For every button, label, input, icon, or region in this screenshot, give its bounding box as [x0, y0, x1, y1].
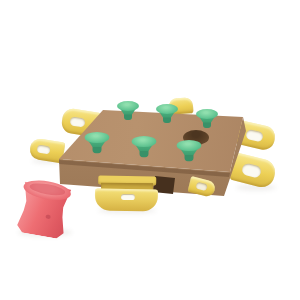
peg-cap-top [85, 131, 110, 142]
green-peg[interactable] [117, 101, 139, 120]
green-peg[interactable] [156, 104, 178, 123]
green-peg[interactable] [85, 131, 110, 152]
slider-slot-hole [37, 144, 51, 154]
peg-cell-r2c3 [165, 130, 212, 170]
slider-slot-hole [245, 129, 264, 143]
green-peg[interactable] [177, 139, 202, 160]
peg-cap-top [156, 104, 178, 114]
peg-grid [107, 92, 233, 164]
green-peg[interactable] [196, 109, 218, 128]
peg-cell-r2c2 [120, 126, 167, 166]
slider-slot-hole [241, 162, 262, 178]
product-photo-scene [0, 0, 300, 300]
tray-slot-hole [121, 194, 135, 200]
peg-cap-top [132, 135, 157, 146]
red-beaker-piece[interactable] [16, 177, 73, 239]
peg-cap-top [177, 139, 202, 150]
slider-slot-hole [195, 182, 207, 191]
peg-cap-top [196, 109, 218, 119]
green-peg[interactable] [132, 135, 157, 156]
treat-tray-front[interactable] [95, 174, 160, 211]
peg-cap-top [117, 101, 139, 111]
peg-cell-r2c1 [73, 122, 120, 162]
